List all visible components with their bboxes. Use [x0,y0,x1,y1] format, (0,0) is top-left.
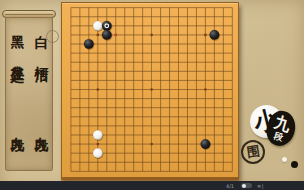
logo-char-duan: 段 [273,130,284,142]
white-stone [93,130,103,140]
white-player-name: 柯洁 [34,55,49,58]
white-stone [93,148,103,158]
go-board[interactable] [61,2,239,178]
white-stone [93,21,103,31]
go-board-svg [62,3,238,177]
highlight-point [114,33,117,36]
logo-small-black-stone-icon [291,161,298,168]
black-player-color-label: 黑 [10,24,25,26]
black-player-name: 芈昱廷 [10,55,25,60]
star-point [96,88,99,91]
screen: 白 柯洁 九段 黑 芈昱廷 九段 小 [0,0,304,190]
star-point [204,88,207,91]
danmaku-toggle[interactable] [241,183,252,188]
star-point [150,88,153,91]
toggle-knob [242,184,246,188]
player-menu-icon[interactable]: ≡| [257,183,264,189]
star-point [150,34,153,37]
black-stone [102,30,112,40]
player-control-bar: 4/1 ≡| [0,181,304,190]
star-point [204,34,207,37]
star-point [96,143,99,146]
black-stone [201,139,211,149]
logo-char-wei: 围 [245,142,260,162]
channel-logo: 小 九 段 围 [234,98,304,174]
logo-ring-icon: 围 [241,140,265,164]
logo-small-white-stone-icon [282,157,287,162]
ring-decoration [46,30,59,43]
white-player-color-label: 白 [34,24,49,26]
black-stone [102,21,112,31]
player-counter: 4/1 [226,183,234,189]
black-player-rank: 九段 [10,126,25,129]
star-point [96,34,99,37]
player-scroll-panel [5,17,53,171]
star-point [150,143,153,146]
black-stone [84,39,94,49]
black-stone [210,30,220,40]
white-player-rank: 九段 [34,126,49,129]
